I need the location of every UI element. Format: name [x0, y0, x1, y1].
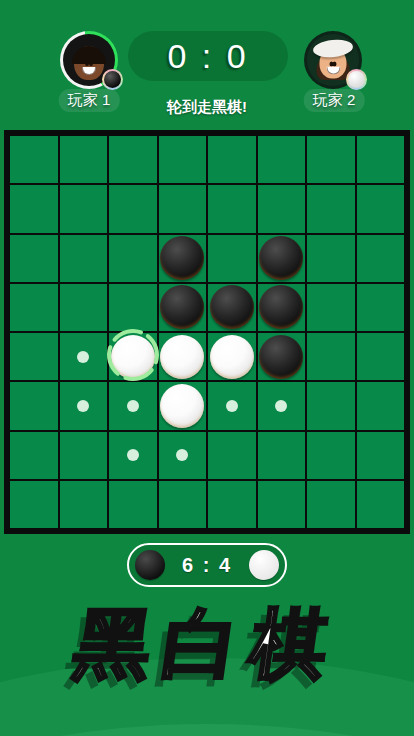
board-cell[interactable]	[357, 185, 405, 232]
board-cell[interactable]	[307, 382, 355, 429]
black-disc	[160, 285, 204, 329]
player2-disc-badge-icon	[346, 69, 367, 90]
board-cell[interactable]	[258, 284, 306, 331]
board-cell[interactable]	[258, 382, 306, 429]
board-cell[interactable]	[10, 235, 58, 282]
black-disc	[259, 236, 303, 280]
black-disc	[160, 236, 204, 280]
board-cell[interactable]	[109, 382, 157, 429]
board-cell[interactable]	[357, 432, 405, 479]
board-cell[interactable]	[60, 185, 108, 232]
board-cell[interactable]	[307, 333, 355, 380]
disc-count-text: 6 : 4	[182, 554, 232, 577]
board-cell[interactable]	[208, 432, 256, 479]
turn-status-text: 轮到走黑棋!	[0, 98, 414, 117]
board-cell[interactable]	[357, 284, 405, 331]
board-cell[interactable]	[357, 235, 405, 282]
white-disc	[210, 335, 254, 379]
board-cell[interactable]	[258, 235, 306, 282]
board-cell[interactable]	[208, 235, 256, 282]
board-cell[interactable]	[357, 382, 405, 429]
board-cell[interactable]	[60, 136, 108, 183]
board-cell[interactable]	[208, 333, 256, 380]
board-cell[interactable]	[10, 432, 58, 479]
board-cell[interactable]	[10, 136, 58, 183]
white-disc	[160, 335, 204, 379]
score-pill: 0 : 0	[128, 31, 288, 81]
board-cell[interactable]	[60, 481, 108, 528]
black-disc-icon	[135, 550, 165, 580]
board-cell[interactable]	[307, 432, 355, 479]
board-cell[interactable]	[357, 333, 405, 380]
board-cell[interactable]	[159, 235, 207, 282]
board-cell[interactable]	[258, 481, 306, 528]
board-grid	[10, 136, 404, 528]
legal-move-dot[interactable]	[77, 400, 89, 412]
othello-board	[4, 130, 410, 534]
black-disc	[259, 285, 303, 329]
legal-move-dot[interactable]	[226, 400, 238, 412]
board-cell[interactable]	[159, 481, 207, 528]
legal-move-dot[interactable]	[127, 449, 139, 461]
board-cell[interactable]	[357, 136, 405, 183]
board-cell[interactable]	[109, 136, 157, 183]
white-disc	[160, 384, 204, 428]
board-cell[interactable]	[60, 382, 108, 429]
board-cell[interactable]	[258, 333, 306, 380]
board-cell[interactable]	[307, 136, 355, 183]
board-cell[interactable]	[60, 432, 108, 479]
legal-move-dot[interactable]	[176, 449, 188, 461]
board-cell[interactable]	[159, 432, 207, 479]
board-cell[interactable]	[109, 432, 157, 479]
board-cell[interactable]	[307, 235, 355, 282]
board-cell[interactable]	[10, 382, 58, 429]
black-disc	[210, 285, 254, 329]
disc-counter-pill: 6 : 4	[127, 543, 287, 587]
board-cell[interactable]	[60, 284, 108, 331]
board-cell[interactable]	[159, 382, 207, 429]
board-cell[interactable]	[109, 333, 157, 380]
board-cell[interactable]	[208, 185, 256, 232]
board-cell[interactable]	[109, 235, 157, 282]
board-cell[interactable]	[258, 136, 306, 183]
othello-app-screen: 0 : 0 玩家 1 玩家 2 轮到走黑棋! 6 : 4 黑白棋	[0, 0, 414, 736]
board-cell[interactable]	[10, 284, 58, 331]
legal-move-dot[interactable]	[275, 400, 287, 412]
board-cell[interactable]	[159, 136, 207, 183]
board-cell[interactable]	[60, 333, 108, 380]
board-cell[interactable]	[307, 481, 355, 528]
board-cell[interactable]	[109, 284, 157, 331]
game-title: 黑白棋	[0, 594, 414, 697]
board-cell[interactable]	[208, 481, 256, 528]
board-cell[interactable]	[10, 481, 58, 528]
board-cell[interactable]	[10, 333, 58, 380]
board-cell[interactable]	[258, 185, 306, 232]
white-disc-icon	[249, 550, 279, 580]
board-cell[interactable]	[159, 333, 207, 380]
board-cell[interactable]	[208, 382, 256, 429]
board-cell[interactable]	[208, 136, 256, 183]
player1-disc-badge-icon	[102, 69, 123, 90]
board-cell[interactable]	[307, 284, 355, 331]
player2-avatar	[304, 31, 362, 89]
player2-beret	[312, 38, 354, 59]
board-cell[interactable]	[159, 284, 207, 331]
black-disc	[259, 335, 303, 379]
white-disc	[111, 335, 155, 379]
legal-move-dot[interactable]	[77, 351, 89, 363]
board-cell[interactable]	[208, 284, 256, 331]
board-cell[interactable]	[307, 185, 355, 232]
board-cell[interactable]	[10, 185, 58, 232]
legal-move-dot[interactable]	[127, 400, 139, 412]
board-cell[interactable]	[159, 185, 207, 232]
board-cell[interactable]	[258, 432, 306, 479]
board-cell[interactable]	[357, 481, 405, 528]
board-cell[interactable]	[60, 235, 108, 282]
player1-avatar	[60, 31, 118, 89]
board-cell[interactable]	[109, 185, 157, 232]
board-cell[interactable]	[109, 481, 157, 528]
score-text: 0 : 0	[167, 37, 248, 76]
